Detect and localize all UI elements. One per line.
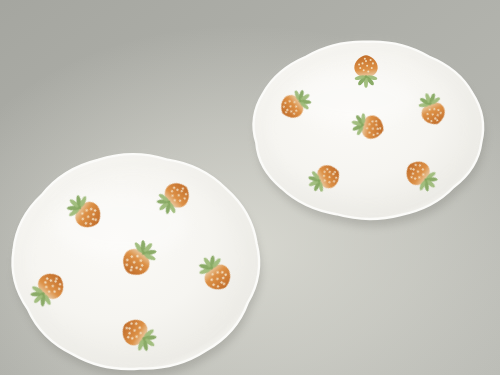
strawberry-speckle bbox=[367, 70, 369, 72]
strawberry-speckle bbox=[370, 59, 372, 61]
strawberry-speckle bbox=[371, 67, 373, 69]
photo-canvas bbox=[0, 0, 500, 375]
strawberry-speckle bbox=[366, 65, 368, 67]
strawberry-calyx bbox=[365, 75, 368, 78]
strawberry-speckle bbox=[372, 62, 374, 64]
right-plate bbox=[253, 42, 485, 226]
left-plate bbox=[13, 154, 262, 375]
strawberry-speckle bbox=[364, 58, 366, 60]
strawberry-speckle bbox=[359, 67, 361, 69]
strawberry-speckle bbox=[362, 62, 364, 64]
strawberry-speckle bbox=[365, 60, 367, 62]
strawberry-speckle bbox=[358, 64, 360, 66]
strawberry-leaf bbox=[361, 113, 365, 124]
plates-photo bbox=[0, 0, 500, 375]
strawberry-speckle bbox=[363, 69, 365, 71]
plate-sheen bbox=[292, 71, 417, 127]
